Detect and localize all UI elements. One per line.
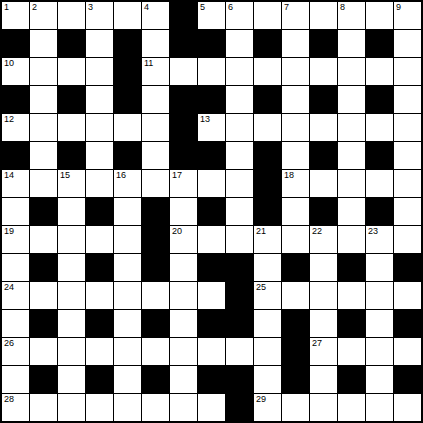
- cell-r9c11[interactable]: [310, 254, 337, 281]
- clue-number-28: 28: [4, 394, 14, 405]
- cell-r4c4[interactable]: [114, 114, 141, 141]
- cell-r6c8[interactable]: [226, 170, 253, 197]
- cell-r9c6[interactable]: [170, 254, 197, 281]
- cell-r2c12[interactable]: [338, 58, 365, 85]
- cell-r12c0[interactable]: 26: [2, 338, 29, 365]
- cell-r5c12[interactable]: [338, 142, 365, 169]
- cell-r7c0[interactable]: [2, 198, 29, 225]
- clue-number-16: 16: [116, 170, 126, 181]
- cell-r5c14[interactable]: [394, 142, 421, 169]
- cell-r4c12[interactable]: [338, 114, 365, 141]
- cell-r1c10[interactable]: [282, 30, 309, 57]
- cell-r10c11[interactable]: [310, 282, 337, 309]
- cell-r12c2[interactable]: [58, 338, 85, 365]
- cell-r11c4[interactable]: [114, 310, 141, 337]
- cell-r12c4[interactable]: [114, 338, 141, 365]
- cell-r12c11[interactable]: 27: [310, 338, 337, 365]
- black-cell-r4c6: [170, 114, 197, 141]
- cell-r2c2[interactable]: [58, 58, 85, 85]
- crossword-grid: 1234567891011121314151617181920212223242…: [0, 0, 423, 423]
- clue-number-24: 24: [4, 282, 14, 293]
- black-cell-r1c0: [2, 30, 29, 57]
- clue-number-2: 2: [32, 2, 37, 13]
- cell-r10c6[interactable]: [170, 282, 197, 309]
- cell-r13c9[interactable]: [254, 366, 281, 393]
- cell-r9c4[interactable]: [114, 254, 141, 281]
- black-cell-r1c2: [58, 30, 85, 57]
- black-cell-r6c9: [254, 170, 281, 197]
- black-cell-r13c8: [226, 366, 253, 393]
- cell-r10c2[interactable]: [58, 282, 85, 309]
- cell-r3c1[interactable]: [30, 86, 57, 113]
- cell-r0c7[interactable]: 5: [198, 2, 225, 29]
- cell-r12c3[interactable]: [86, 338, 113, 365]
- cell-r8c10[interactable]: [282, 226, 309, 253]
- cell-r14c2[interactable]: [58, 394, 85, 421]
- cell-r10c5[interactable]: [142, 282, 169, 309]
- black-cell-r8c5: [142, 226, 169, 253]
- black-cell-r5c6: [170, 142, 197, 169]
- cell-r11c0[interactable]: [2, 310, 29, 337]
- black-cell-r11c5: [142, 310, 169, 337]
- black-cell-r5c11: [310, 142, 337, 169]
- cell-r2c0[interactable]: 10: [2, 58, 29, 85]
- black-cell-r1c4: [114, 30, 141, 57]
- cell-r0c8[interactable]: 6: [226, 2, 253, 29]
- black-cell-r7c3: [86, 198, 113, 225]
- cell-r8c6[interactable]: 20: [170, 226, 197, 253]
- cell-r4c7[interactable]: 13: [198, 114, 225, 141]
- cell-r2c7[interactable]: [198, 58, 225, 85]
- cell-r14c7[interactable]: [198, 394, 225, 421]
- cell-r4c5[interactable]: [142, 114, 169, 141]
- black-cell-r13c14: [394, 366, 421, 393]
- clue-number-5: 5: [200, 2, 205, 13]
- black-cell-r3c2: [58, 86, 85, 113]
- cell-r6c1[interactable]: [30, 170, 57, 197]
- cell-r8c3[interactable]: [86, 226, 113, 253]
- cell-r0c0[interactable]: 1: [2, 2, 29, 29]
- cell-r14c12[interactable]: [338, 394, 365, 421]
- cell-r4c3[interactable]: [86, 114, 113, 141]
- cell-r14c5[interactable]: [142, 394, 169, 421]
- cell-r8c8[interactable]: [226, 226, 253, 253]
- cell-r4c11[interactable]: [310, 114, 337, 141]
- black-cell-r11c14: [394, 310, 421, 337]
- clue-number-29: 29: [256, 394, 266, 405]
- clue-number-9: 9: [396, 2, 401, 13]
- black-cell-r13c5: [142, 366, 169, 393]
- cell-r2c5[interactable]: 11: [142, 58, 169, 85]
- cell-r7c2[interactable]: [58, 198, 85, 225]
- cell-r1c14[interactable]: [394, 30, 421, 57]
- cell-r14c1[interactable]: [30, 394, 57, 421]
- cell-r3c8[interactable]: [226, 86, 253, 113]
- black-cell-r11c10: [282, 310, 309, 337]
- cell-r12c12[interactable]: [338, 338, 365, 365]
- cell-r12c9[interactable]: [254, 338, 281, 365]
- cell-r7c12[interactable]: [338, 198, 365, 225]
- cell-r6c7[interactable]: [198, 170, 225, 197]
- cell-r0c14[interactable]: 9: [394, 2, 421, 29]
- cell-r4c10[interactable]: [282, 114, 309, 141]
- cell-r10c4[interactable]: [114, 282, 141, 309]
- cell-r2c11[interactable]: [310, 58, 337, 85]
- black-cell-r0c6: [170, 2, 197, 29]
- cell-r8c0[interactable]: 19: [2, 226, 29, 253]
- clue-number-17: 17: [172, 170, 182, 181]
- black-cell-r9c14: [394, 254, 421, 281]
- cell-r11c2[interactable]: [58, 310, 85, 337]
- cell-r14c3[interactable]: [86, 394, 113, 421]
- black-cell-r7c11: [310, 198, 337, 225]
- black-cell-r11c7: [198, 310, 225, 337]
- black-cell-r7c7: [198, 198, 225, 225]
- cell-r8c2[interactable]: [58, 226, 85, 253]
- black-cell-r9c10: [282, 254, 309, 281]
- clue-number-6: 6: [228, 2, 233, 13]
- clue-number-4: 4: [144, 2, 149, 13]
- cell-r2c10[interactable]: [282, 58, 309, 85]
- black-cell-r11c12: [338, 310, 365, 337]
- black-cell-r3c0: [2, 86, 29, 113]
- cell-r14c14[interactable]: [394, 394, 421, 421]
- cell-r14c11[interactable]: [310, 394, 337, 421]
- cell-r13c2[interactable]: [58, 366, 85, 393]
- cell-r1c1[interactable]: [30, 30, 57, 57]
- cell-r3c14[interactable]: [394, 86, 421, 113]
- black-cell-r9c7: [198, 254, 225, 281]
- black-cell-r7c5: [142, 198, 169, 225]
- cell-r13c0[interactable]: [2, 366, 29, 393]
- cell-r3c12[interactable]: [338, 86, 365, 113]
- cell-r8c9[interactable]: 21: [254, 226, 281, 253]
- cell-r0c3[interactable]: 3: [86, 2, 113, 29]
- black-cell-r3c4: [114, 86, 141, 113]
- cell-r1c3[interactable]: [86, 30, 113, 57]
- cell-r8c11[interactable]: 22: [310, 226, 337, 253]
- cell-r0c13[interactable]: [366, 2, 393, 29]
- cell-r2c3[interactable]: [86, 58, 113, 85]
- cell-r4c0[interactable]: 12: [2, 114, 29, 141]
- clue-number-15: 15: [60, 170, 70, 181]
- cell-r4c9[interactable]: [254, 114, 281, 141]
- cell-r12c6[interactable]: [170, 338, 197, 365]
- cell-r4c2[interactable]: [58, 114, 85, 141]
- black-cell-r13c12: [338, 366, 365, 393]
- black-cell-r3c13: [366, 86, 393, 113]
- clue-number-21: 21: [256, 226, 266, 237]
- cell-r10c14[interactable]: [394, 282, 421, 309]
- cell-r3c3[interactable]: [86, 86, 113, 113]
- black-cell-r5c2: [58, 142, 85, 169]
- cell-r8c1[interactable]: [30, 226, 57, 253]
- black-cell-r13c7: [198, 366, 225, 393]
- black-cell-r7c13: [366, 198, 393, 225]
- cell-r5c1[interactable]: [30, 142, 57, 169]
- cell-r10c3[interactable]: [86, 282, 113, 309]
- cell-r7c4[interactable]: [114, 198, 141, 225]
- clue-number-10: 10: [4, 58, 14, 69]
- clue-number-12: 12: [4, 114, 14, 125]
- cell-r12c14[interactable]: [394, 338, 421, 365]
- cell-r0c11[interactable]: [310, 2, 337, 29]
- cell-r0c1[interactable]: 2: [30, 2, 57, 29]
- black-cell-r1c11: [310, 30, 337, 57]
- cell-r13c11[interactable]: [310, 366, 337, 393]
- cell-r0c10[interactable]: 7: [282, 2, 309, 29]
- cell-r3c10[interactable]: [282, 86, 309, 113]
- cell-r14c9[interactable]: 29: [254, 394, 281, 421]
- black-cell-r13c1: [30, 366, 57, 393]
- crossword-board: 1234567891011121314151617181920212223242…: [0, 0, 423, 423]
- black-cell-r9c8: [226, 254, 253, 281]
- cell-r14c10[interactable]: [282, 394, 309, 421]
- clue-number-26: 26: [4, 338, 14, 349]
- black-cell-r10c8: [226, 282, 253, 309]
- black-cell-r5c4: [114, 142, 141, 169]
- clue-number-27: 27: [312, 338, 322, 349]
- cell-r9c0[interactable]: [2, 254, 29, 281]
- cell-r6c14[interactable]: [394, 170, 421, 197]
- cell-r13c6[interactable]: [170, 366, 197, 393]
- clue-number-20: 20: [172, 226, 182, 237]
- cell-r10c10[interactable]: [282, 282, 309, 309]
- cell-r14c6[interactable]: [170, 394, 197, 421]
- cell-r2c8[interactable]: [226, 58, 253, 85]
- clue-number-1: 1: [4, 2, 9, 13]
- cell-r6c6[interactable]: 17: [170, 170, 197, 197]
- clue-number-22: 22: [312, 226, 322, 237]
- cell-r9c13[interactable]: [366, 254, 393, 281]
- cell-r8c12[interactable]: [338, 226, 365, 253]
- cell-r10c7[interactable]: [198, 282, 225, 309]
- cell-r6c10[interactable]: 18: [282, 170, 309, 197]
- cell-r6c5[interactable]: [142, 170, 169, 197]
- cell-r10c1[interactable]: [30, 282, 57, 309]
- cell-r8c7[interactable]: [198, 226, 225, 253]
- black-cell-r7c1: [30, 198, 57, 225]
- black-cell-r7c9: [254, 198, 281, 225]
- cell-r6c2[interactable]: 15: [58, 170, 85, 197]
- cell-r12c5[interactable]: [142, 338, 169, 365]
- cell-r10c0[interactable]: 24: [2, 282, 29, 309]
- clue-number-18: 18: [284, 170, 294, 181]
- black-cell-r1c6: [170, 30, 197, 57]
- clue-number-3: 3: [88, 2, 93, 13]
- cell-r6c0[interactable]: 14: [2, 170, 29, 197]
- cell-r11c9[interactable]: [254, 310, 281, 337]
- cell-r12c13[interactable]: [366, 338, 393, 365]
- clue-number-7: 7: [284, 2, 289, 13]
- clue-number-11: 11: [144, 58, 153, 69]
- black-cell-r2c4: [114, 58, 141, 85]
- cell-r12c8[interactable]: [226, 338, 253, 365]
- clue-number-14: 14: [4, 170, 14, 181]
- black-cell-r9c3: [86, 254, 113, 281]
- cell-r0c2[interactable]: [58, 2, 85, 29]
- black-cell-r3c11: [310, 86, 337, 113]
- cell-r3c5[interactable]: [142, 86, 169, 113]
- cell-r11c6[interactable]: [170, 310, 197, 337]
- cell-r1c12[interactable]: [338, 30, 365, 57]
- cell-r14c13[interactable]: [366, 394, 393, 421]
- black-cell-r3c9: [254, 86, 281, 113]
- black-cell-r5c13: [366, 142, 393, 169]
- black-cell-r11c1: [30, 310, 57, 337]
- cell-r14c4[interactable]: [114, 394, 141, 421]
- cell-r4c1[interactable]: [30, 114, 57, 141]
- black-cell-r9c12: [338, 254, 365, 281]
- cell-r4c13[interactable]: [366, 114, 393, 141]
- cell-r12c7[interactable]: [198, 338, 225, 365]
- cell-r11c13[interactable]: [366, 310, 393, 337]
- cell-r5c5[interactable]: [142, 142, 169, 169]
- cell-r6c12[interactable]: [338, 170, 365, 197]
- cell-r8c14[interactable]: [394, 226, 421, 253]
- cell-r0c12[interactable]: 8: [338, 2, 365, 29]
- cell-r6c13[interactable]: [366, 170, 393, 197]
- clue-number-19: 19: [4, 226, 14, 237]
- black-cell-r5c7: [198, 142, 225, 169]
- black-cell-r13c10: [282, 366, 309, 393]
- clue-number-8: 8: [340, 2, 345, 13]
- cell-r9c9[interactable]: [254, 254, 281, 281]
- clue-number-23: 23: [368, 226, 378, 237]
- cell-r8c4[interactable]: [114, 226, 141, 253]
- cell-r6c11[interactable]: [310, 170, 337, 197]
- cell-r2c14[interactable]: [394, 58, 421, 85]
- cell-r12c1[interactable]: [30, 338, 57, 365]
- cell-r0c9[interactable]: [254, 2, 281, 29]
- clue-number-25: 25: [256, 282, 266, 293]
- cell-r7c10[interactable]: [282, 198, 309, 225]
- cell-r13c4[interactable]: [114, 366, 141, 393]
- cell-r2c13[interactable]: [366, 58, 393, 85]
- clue-number-13: 13: [200, 114, 210, 125]
- black-cell-r11c8: [226, 310, 253, 337]
- cell-r4c8[interactable]: [226, 114, 253, 141]
- cell-r2c6[interactable]: [170, 58, 197, 85]
- cell-r9c2[interactable]: [58, 254, 85, 281]
- cell-r5c8[interactable]: [226, 142, 253, 169]
- black-cell-r9c1: [30, 254, 57, 281]
- cell-r8c13[interactable]: 23: [366, 226, 393, 253]
- cell-r1c5[interactable]: [142, 30, 169, 57]
- black-cell-r3c6: [170, 86, 197, 113]
- cell-r7c14[interactable]: [394, 198, 421, 225]
- cell-r13c13[interactable]: [366, 366, 393, 393]
- cell-r6c3[interactable]: [86, 170, 113, 197]
- cell-r1c8[interactable]: [226, 30, 253, 57]
- cell-r11c11[interactable]: [310, 310, 337, 337]
- cell-r5c10[interactable]: [282, 142, 309, 169]
- black-cell-r12c10: [282, 338, 309, 365]
- black-cell-r5c9: [254, 142, 281, 169]
- cell-r10c9[interactable]: 25: [254, 282, 281, 309]
- cell-r0c5[interactable]: 4: [142, 2, 169, 29]
- cell-r6c4[interactable]: 16: [114, 170, 141, 197]
- cell-r2c9[interactable]: [254, 58, 281, 85]
- cell-r2c1[interactable]: [30, 58, 57, 85]
- cell-r14c0[interactable]: 28: [2, 394, 29, 421]
- black-cell-r1c9: [254, 30, 281, 57]
- cell-r10c13[interactable]: [366, 282, 393, 309]
- cell-r10c12[interactable]: [338, 282, 365, 309]
- black-cell-r3c7: [198, 86, 225, 113]
- black-cell-r13c3: [86, 366, 113, 393]
- black-cell-r5c0: [2, 142, 29, 169]
- cell-r5c3[interactable]: [86, 142, 113, 169]
- black-cell-r11c3: [86, 310, 113, 337]
- cell-r4c14[interactable]: [394, 114, 421, 141]
- black-cell-r9c5: [142, 254, 169, 281]
- black-cell-r14c8: [226, 394, 253, 421]
- black-cell-r1c7: [198, 30, 225, 57]
- cell-r0c4[interactable]: [114, 2, 141, 29]
- cell-r7c8[interactable]: [226, 198, 253, 225]
- black-cell-r1c13: [366, 30, 393, 57]
- cell-r7c6[interactable]: [170, 198, 197, 225]
